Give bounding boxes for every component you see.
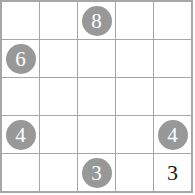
clue-circle: 3 [82,158,112,188]
cell-r3c1[interactable] [40,116,77,153]
cell-r4c3[interactable] [116,154,153,191]
cell-r4c1[interactable] [40,154,77,191]
cell-r3c0[interactable]: 4 [2,116,39,153]
cell-r4c4[interactable]: 3 [154,154,191,191]
cell-r0c2[interactable]: 8 [78,2,115,39]
cell-r0c3[interactable] [116,2,153,39]
cell-r2c3[interactable] [116,78,153,115]
cell-r1c4[interactable] [154,40,191,77]
cell-r2c0[interactable] [2,78,39,115]
clue-circle: 4 [6,120,36,150]
cell-r3c4[interactable]: 4 [154,116,191,153]
puzzle-board: 864433 [0,0,193,193]
clue-circle: 8 [82,6,112,36]
cell-r3c3[interactable] [116,116,153,153]
cell-r2c2[interactable] [78,78,115,115]
clue-circle: 4 [158,120,188,150]
cell-r0c0[interactable] [2,2,39,39]
cell-r4c2[interactable]: 3 [78,154,115,191]
cell-r1c3[interactable] [116,40,153,77]
cell-r2c4[interactable] [154,78,191,115]
plain-number: 3 [167,162,178,184]
cell-r2c1[interactable] [40,78,77,115]
clue-circle: 6 [6,44,36,74]
cell-r1c0[interactable]: 6 [2,40,39,77]
cell-r1c1[interactable] [40,40,77,77]
cell-r0c1[interactable] [40,2,77,39]
cell-r4c0[interactable] [2,154,39,191]
cell-r1c2[interactable] [78,40,115,77]
cell-r0c4[interactable] [154,2,191,39]
cell-r3c2[interactable] [78,116,115,153]
